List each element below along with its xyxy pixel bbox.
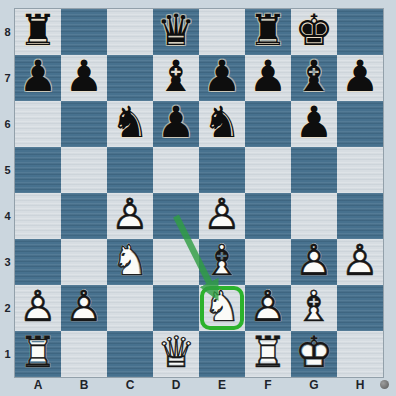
square-d7[interactable]: ♝: [153, 55, 199, 101]
white-pawn-outline-glyph: ♙: [65, 285, 104, 328]
square-b4[interactable]: [61, 193, 107, 239]
square-g4[interactable]: [291, 193, 337, 239]
piece-black-pawn[interactable]: ♟: [291, 101, 337, 147]
piece-white-knight[interactable]: ♞♘: [107, 239, 153, 285]
white-bishop-outline-glyph: ♗: [203, 239, 242, 282]
square-f1[interactable]: ♜♖: [245, 331, 291, 377]
piece-white-pawn[interactable]: ♟♙: [337, 239, 383, 285]
black-king-glyph: ♚: [295, 9, 334, 52]
square-b1[interactable]: [61, 331, 107, 377]
square-a1[interactable]: ♜♖: [15, 331, 61, 377]
square-b5[interactable]: [61, 147, 107, 193]
black-bishop-glyph: ♝: [157, 55, 196, 98]
square-c5[interactable]: [107, 147, 153, 193]
piece-black-bishop[interactable]: ♝: [291, 55, 337, 101]
black-pawn-glyph: ♟: [203, 55, 242, 98]
piece-white-pawn[interactable]: ♟♙: [61, 285, 107, 331]
piece-black-pawn[interactable]: ♟: [199, 55, 245, 101]
square-e6[interactable]: ♞: [199, 101, 245, 147]
file-label-f: F: [245, 377, 291, 396]
square-d6[interactable]: ♟: [153, 101, 199, 147]
white-knight-outline-glyph: ♘: [203, 285, 242, 328]
square-e4[interactable]: ♟♙: [199, 193, 245, 239]
square-c6[interactable]: ♞: [107, 101, 153, 147]
white-knight-outline-glyph: ♘: [111, 239, 150, 282]
black-queen-glyph: ♛: [157, 9, 196, 52]
piece-white-pawn[interactable]: ♟♙: [245, 285, 291, 331]
rank-label-7: 7: [0, 55, 15, 101]
square-f4[interactable]: [245, 193, 291, 239]
black-pawn-glyph: ♟: [157, 101, 196, 144]
file-label-e: E: [199, 377, 245, 396]
white-rook-outline-glyph: ♖: [249, 331, 288, 374]
square-h2[interactable]: [337, 285, 383, 331]
square-c4[interactable]: ♟♙: [107, 193, 153, 239]
square-d1[interactable]: ♛♕: [153, 331, 199, 377]
piece-white-queen[interactable]: ♛♕: [153, 331, 199, 377]
square-h5[interactable]: [337, 147, 383, 193]
file-label-d: D: [153, 377, 199, 396]
square-c8[interactable]: [107, 9, 153, 55]
square-c7[interactable]: [107, 55, 153, 101]
white-pawn-outline-glyph: ♙: [111, 193, 150, 236]
square-h7[interactable]: ♟: [337, 55, 383, 101]
black-pawn-glyph: ♟: [19, 55, 58, 98]
piece-white-bishop[interactable]: ♝♗: [291, 285, 337, 331]
white-queen-outline-glyph: ♕: [157, 331, 196, 374]
square-e2[interactable]: ♞♘: [199, 285, 245, 331]
square-c1[interactable]: [107, 331, 153, 377]
square-e5[interactable]: [199, 147, 245, 193]
piece-black-pawn[interactable]: ♟: [337, 55, 383, 101]
white-king-outline-glyph: ♔: [295, 331, 334, 374]
rank-label-5: 5: [0, 147, 15, 193]
white-pawn-outline-glyph: ♙: [341, 239, 380, 282]
file-label-g: G: [291, 377, 337, 396]
rank-labels: 87654321: [0, 9, 15, 377]
square-a8[interactable]: ♜: [15, 9, 61, 55]
white-pawn-outline-glyph: ♙: [295, 239, 334, 282]
square-f7[interactable]: ♟: [245, 55, 291, 101]
white-pawn-outline-glyph: ♙: [19, 285, 58, 328]
piece-white-rook[interactable]: ♜♖: [15, 331, 61, 377]
square-a4[interactable]: [15, 193, 61, 239]
square-f2[interactable]: ♟♙: [245, 285, 291, 331]
square-d3[interactable]: [153, 239, 199, 285]
square-g3[interactable]: ♟♙: [291, 239, 337, 285]
piece-white-king[interactable]: ♚♔: [291, 331, 337, 377]
piece-black-queen[interactable]: ♛: [153, 9, 199, 55]
square-b8[interactable]: [61, 9, 107, 55]
black-rook-glyph: ♜: [249, 9, 288, 52]
black-rook-glyph: ♜: [19, 9, 58, 52]
square-g6[interactable]: ♟: [291, 101, 337, 147]
black-pawn-glyph: ♟: [65, 55, 104, 98]
square-a7[interactable]: ♟: [15, 55, 61, 101]
piece-white-knight[interactable]: ♞♘: [199, 285, 245, 331]
rank-label-4: 4: [0, 193, 15, 239]
white-pawn-outline-glyph: ♙: [249, 285, 288, 328]
piece-white-pawn[interactable]: ♟♙: [199, 193, 245, 239]
square-a6[interactable]: [15, 101, 61, 147]
file-label-a: A: [15, 377, 61, 396]
square-g7[interactable]: ♝: [291, 55, 337, 101]
rank-label-3: 3: [0, 239, 15, 285]
rank-label-8: 8: [0, 9, 15, 55]
black-knight-glyph: ♞: [111, 101, 150, 144]
piece-white-pawn[interactable]: ♟♙: [291, 239, 337, 285]
square-e8[interactable]: [199, 9, 245, 55]
square-f5[interactable]: [245, 147, 291, 193]
piece-black-knight[interactable]: ♞: [199, 101, 245, 147]
piece-white-rook[interactable]: ♜♖: [245, 331, 291, 377]
square-g5[interactable]: [291, 147, 337, 193]
file-label-h: H: [337, 377, 383, 396]
piece-black-knight[interactable]: ♞: [107, 101, 153, 147]
square-e1[interactable]: [199, 331, 245, 377]
square-c2[interactable]: [107, 285, 153, 331]
square-f3[interactable]: [245, 239, 291, 285]
square-e7[interactable]: ♟: [199, 55, 245, 101]
black-pawn-glyph: ♟: [249, 55, 288, 98]
resize-handle-dot[interactable]: [380, 380, 389, 389]
square-c3[interactable]: ♞♘: [107, 239, 153, 285]
black-bishop-glyph: ♝: [295, 55, 334, 98]
piece-black-rook[interactable]: ♜: [245, 9, 291, 55]
white-bishop-outline-glyph: ♗: [295, 285, 334, 328]
piece-black-pawn[interactable]: ♟: [153, 101, 199, 147]
square-h3[interactable]: ♟♙: [337, 239, 383, 285]
square-b2[interactable]: ♟♙: [61, 285, 107, 331]
piece-black-pawn[interactable]: ♟: [15, 55, 61, 101]
square-d8[interactable]: ♛: [153, 9, 199, 55]
piece-black-bishop[interactable]: ♝: [153, 55, 199, 101]
chess-app-window: 87654321 ♜♛♜♚♟♟♝♟♟♝♟♞♟♞♟♟♙♟♙♞♘♝♗♟♙♟♙♟♙♟♙…: [0, 0, 396, 396]
square-b6[interactable]: [61, 101, 107, 147]
rank-label-2: 2: [0, 285, 15, 331]
rank-label-6: 6: [0, 101, 15, 147]
square-e3[interactable]: ♝♗: [199, 239, 245, 285]
square-a5[interactable]: [15, 147, 61, 193]
file-labels: ABCDEFGH: [15, 377, 383, 396]
black-pawn-glyph: ♟: [295, 101, 334, 144]
square-f6[interactable]: [245, 101, 291, 147]
piece-black-king[interactable]: ♚: [291, 9, 337, 55]
square-b7[interactable]: ♟: [61, 55, 107, 101]
black-pawn-glyph: ♟: [341, 55, 380, 98]
square-a2[interactable]: ♟♙: [15, 285, 61, 331]
file-label-b: B: [61, 377, 107, 396]
square-g8[interactable]: ♚: [291, 9, 337, 55]
rank-label-1: 1: [0, 331, 15, 377]
square-h6[interactable]: [337, 101, 383, 147]
square-f8[interactable]: ♜: [245, 9, 291, 55]
piece-white-pawn[interactable]: ♟♙: [15, 285, 61, 331]
square-h8[interactable]: [337, 9, 383, 55]
square-h4[interactable]: [337, 193, 383, 239]
piece-black-rook[interactable]: ♜: [15, 9, 61, 55]
file-label-c: C: [107, 377, 153, 396]
square-d4[interactable]: [153, 193, 199, 239]
piece-black-pawn[interactable]: ♟: [245, 55, 291, 101]
square-d2[interactable]: [153, 285, 199, 331]
piece-black-pawn[interactable]: ♟: [61, 55, 107, 101]
square-g1[interactable]: ♚♔: [291, 331, 337, 377]
piece-white-pawn[interactable]: ♟♙: [107, 193, 153, 239]
square-d5[interactable]: [153, 147, 199, 193]
white-pawn-outline-glyph: ♙: [203, 193, 242, 236]
square-b3[interactable]: [61, 239, 107, 285]
square-h1[interactable]: [337, 331, 383, 377]
white-rook-outline-glyph: ♖: [19, 331, 58, 374]
black-knight-glyph: ♞: [203, 101, 242, 144]
square-g2[interactable]: ♝♗: [291, 285, 337, 331]
piece-white-bishop[interactable]: ♝♗: [199, 239, 245, 285]
square-a3[interactable]: [15, 239, 61, 285]
chess-board: ♜♛♜♚♟♟♝♟♟♝♟♞♟♞♟♟♙♟♙♞♘♝♗♟♙♟♙♟♙♟♙♞♘♟♙♝♗♜♖♛…: [15, 9, 383, 377]
